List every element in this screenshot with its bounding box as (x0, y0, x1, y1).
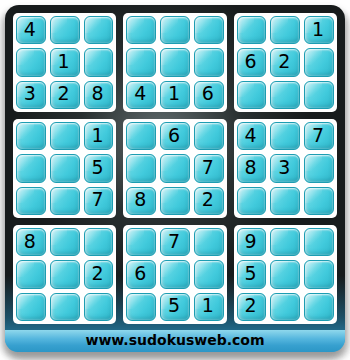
cell-r5c4[interactable] (126, 154, 156, 182)
cell-r9c9[interactable] (304, 293, 334, 321)
cell-r8c9[interactable] (304, 260, 334, 288)
given-digit: 5 (91, 158, 103, 177)
cell-r6c9[interactable] (304, 187, 334, 215)
cell-r2c4[interactable] (126, 48, 156, 76)
cell-r3c8[interactable] (270, 81, 300, 109)
cell-r7c8[interactable] (270, 228, 300, 256)
cell-r5c5[interactable] (160, 154, 190, 182)
block-3-1: 82 (13, 225, 116, 324)
cell-r6c7[interactable] (237, 187, 267, 215)
cell-r5c1[interactable] (16, 154, 46, 182)
cell-r5c7[interactable]: 8 (237, 154, 267, 182)
given-digit: 1 (312, 20, 324, 39)
given-digit: 2 (202, 190, 214, 209)
block-3-2: 7651 (123, 225, 226, 324)
cell-r7c7[interactable]: 9 (237, 228, 267, 256)
cell-r5c9[interactable] (304, 154, 334, 182)
cell-r5c2[interactable] (50, 154, 80, 182)
given-digit: 1 (202, 296, 214, 315)
given-digit: 1 (91, 126, 103, 145)
cell-r1c8[interactable] (270, 16, 300, 44)
given-digit: 8 (24, 232, 36, 251)
cell-r1c7[interactable] (237, 16, 267, 44)
cell-r1c2[interactable] (50, 16, 80, 44)
given-digit: 8 (245, 158, 257, 177)
cell-r6c5[interactable] (160, 187, 190, 215)
given-digit: 2 (91, 264, 103, 283)
cell-r8c5[interactable] (160, 260, 190, 288)
cell-r9c8[interactable] (270, 293, 300, 321)
block-2-1: 157 (13, 119, 116, 218)
cell-r6c6[interactable]: 2 (194, 187, 224, 215)
given-digit: 3 (278, 158, 290, 177)
given-digit: 9 (245, 232, 257, 251)
cell-r1c3[interactable] (84, 16, 114, 44)
block-1-3: 162 (234, 13, 337, 112)
cell-r2c7[interactable]: 6 (237, 48, 267, 76)
given-digit: 6 (202, 84, 214, 103)
block-1-2: 416 (123, 13, 226, 112)
cell-r2c9[interactable] (304, 48, 334, 76)
cell-r4c6[interactable] (194, 122, 224, 150)
given-digit: 6 (245, 52, 257, 71)
cell-r3c3[interactable]: 8 (84, 81, 114, 109)
given-digit: 7 (91, 190, 103, 209)
given-digit: 8 (91, 84, 103, 103)
cell-r9c1[interactable] (16, 293, 46, 321)
given-digit: 6 (168, 126, 180, 145)
cell-r9c3[interactable] (84, 293, 114, 321)
cell-r7c4[interactable] (126, 228, 156, 256)
footer-banner: www.sudokusweb.com (5, 330, 345, 352)
cell-r3c7[interactable] (237, 81, 267, 109)
given-digit: 4 (24, 20, 36, 39)
given-digit: 7 (312, 126, 324, 145)
given-digit: 1 (168, 84, 180, 103)
cell-r6c2[interactable] (50, 187, 80, 215)
cell-r7c2[interactable] (50, 228, 80, 256)
cell-r3c6[interactable]: 6 (194, 81, 224, 109)
cell-r9c4[interactable] (126, 293, 156, 321)
cell-r9c2[interactable] (50, 293, 80, 321)
cell-r3c4[interactable]: 4 (126, 81, 156, 109)
given-digit: 6 (134, 264, 146, 283)
block-2-2: 6782 (123, 119, 226, 218)
block-1-1: 41328 (13, 13, 116, 112)
cell-r8c2[interactable] (50, 260, 80, 288)
given-digit: 7 (168, 232, 180, 251)
cell-r1c6[interactable] (194, 16, 224, 44)
cell-r5c8[interactable]: 3 (270, 154, 300, 182)
cell-r8c7[interactable]: 5 (237, 260, 267, 288)
given-digit: 5 (245, 264, 257, 283)
cell-r5c3[interactable]: 5 (84, 154, 114, 182)
given-digit: 8 (134, 190, 146, 209)
given-digit: 7 (202, 158, 214, 177)
cell-r2c3[interactable] (84, 48, 114, 76)
cell-r9c6[interactable]: 1 (194, 293, 224, 321)
block-2-3: 4783 (234, 119, 337, 218)
cell-r1c5[interactable] (160, 16, 190, 44)
cell-r5c6[interactable]: 7 (194, 154, 224, 182)
cell-r4c2[interactable] (50, 122, 80, 150)
cell-r1c9[interactable]: 1 (304, 16, 334, 44)
given-digit: 4 (245, 126, 257, 145)
cell-r7c5[interactable]: 7 (160, 228, 190, 256)
sudoku-grid: 4132841616215767824783827651952 (5, 5, 345, 330)
given-digit: 2 (278, 52, 290, 71)
cell-r2c2[interactable]: 1 (50, 48, 80, 76)
cell-r1c4[interactable] (126, 16, 156, 44)
cell-r4c8[interactable] (270, 122, 300, 150)
cell-r1c1[interactable]: 4 (16, 16, 46, 44)
cell-r2c8[interactable]: 2 (270, 48, 300, 76)
sudoku-board: 4132841616215767824783827651952 www.sudo… (5, 5, 345, 352)
cell-r2c1[interactable] (16, 48, 46, 76)
given-digit: 2 (58, 84, 70, 103)
cell-r8c1[interactable] (16, 260, 46, 288)
cell-r4c4[interactable] (126, 122, 156, 150)
website-url: www.sudokusweb.com (85, 332, 264, 348)
cell-r8c8[interactable] (270, 260, 300, 288)
cell-r4c9[interactable]: 7 (304, 122, 334, 150)
given-digit: 4 (134, 84, 146, 103)
cell-r3c1[interactable]: 3 (16, 81, 46, 109)
cell-r6c3[interactable]: 7 (84, 187, 114, 215)
cell-r7c6[interactable] (194, 228, 224, 256)
given-digit: 3 (24, 84, 36, 103)
cell-r3c5[interactable]: 1 (160, 81, 190, 109)
cell-r2c6[interactable] (194, 48, 224, 76)
cell-r7c9[interactable] (304, 228, 334, 256)
cell-r8c3[interactable]: 2 (84, 260, 114, 288)
cell-r8c6[interactable] (194, 260, 224, 288)
cell-r7c1[interactable]: 8 (16, 228, 46, 256)
block-3-3: 952 (234, 225, 337, 324)
cell-r4c7[interactable]: 4 (237, 122, 267, 150)
cell-r4c3[interactable]: 1 (84, 122, 114, 150)
given-digit: 5 (168, 296, 180, 315)
cell-r4c1[interactable] (16, 122, 46, 150)
cell-r2c5[interactable] (160, 48, 190, 76)
cell-r6c4[interactable]: 8 (126, 187, 156, 215)
given-digit: 2 (245, 296, 257, 315)
cell-r8c4[interactable]: 6 (126, 260, 156, 288)
cell-r7c3[interactable] (84, 228, 114, 256)
given-digit: 1 (58, 52, 70, 71)
cell-r6c8[interactable] (270, 187, 300, 215)
cell-r9c7[interactable]: 2 (237, 293, 267, 321)
cell-r3c2[interactable]: 2 (50, 81, 80, 109)
cell-r3c9[interactable] (304, 81, 334, 109)
cell-r9c5[interactable]: 5 (160, 293, 190, 321)
cell-r4c5[interactable]: 6 (160, 122, 190, 150)
cell-r6c1[interactable] (16, 187, 46, 215)
